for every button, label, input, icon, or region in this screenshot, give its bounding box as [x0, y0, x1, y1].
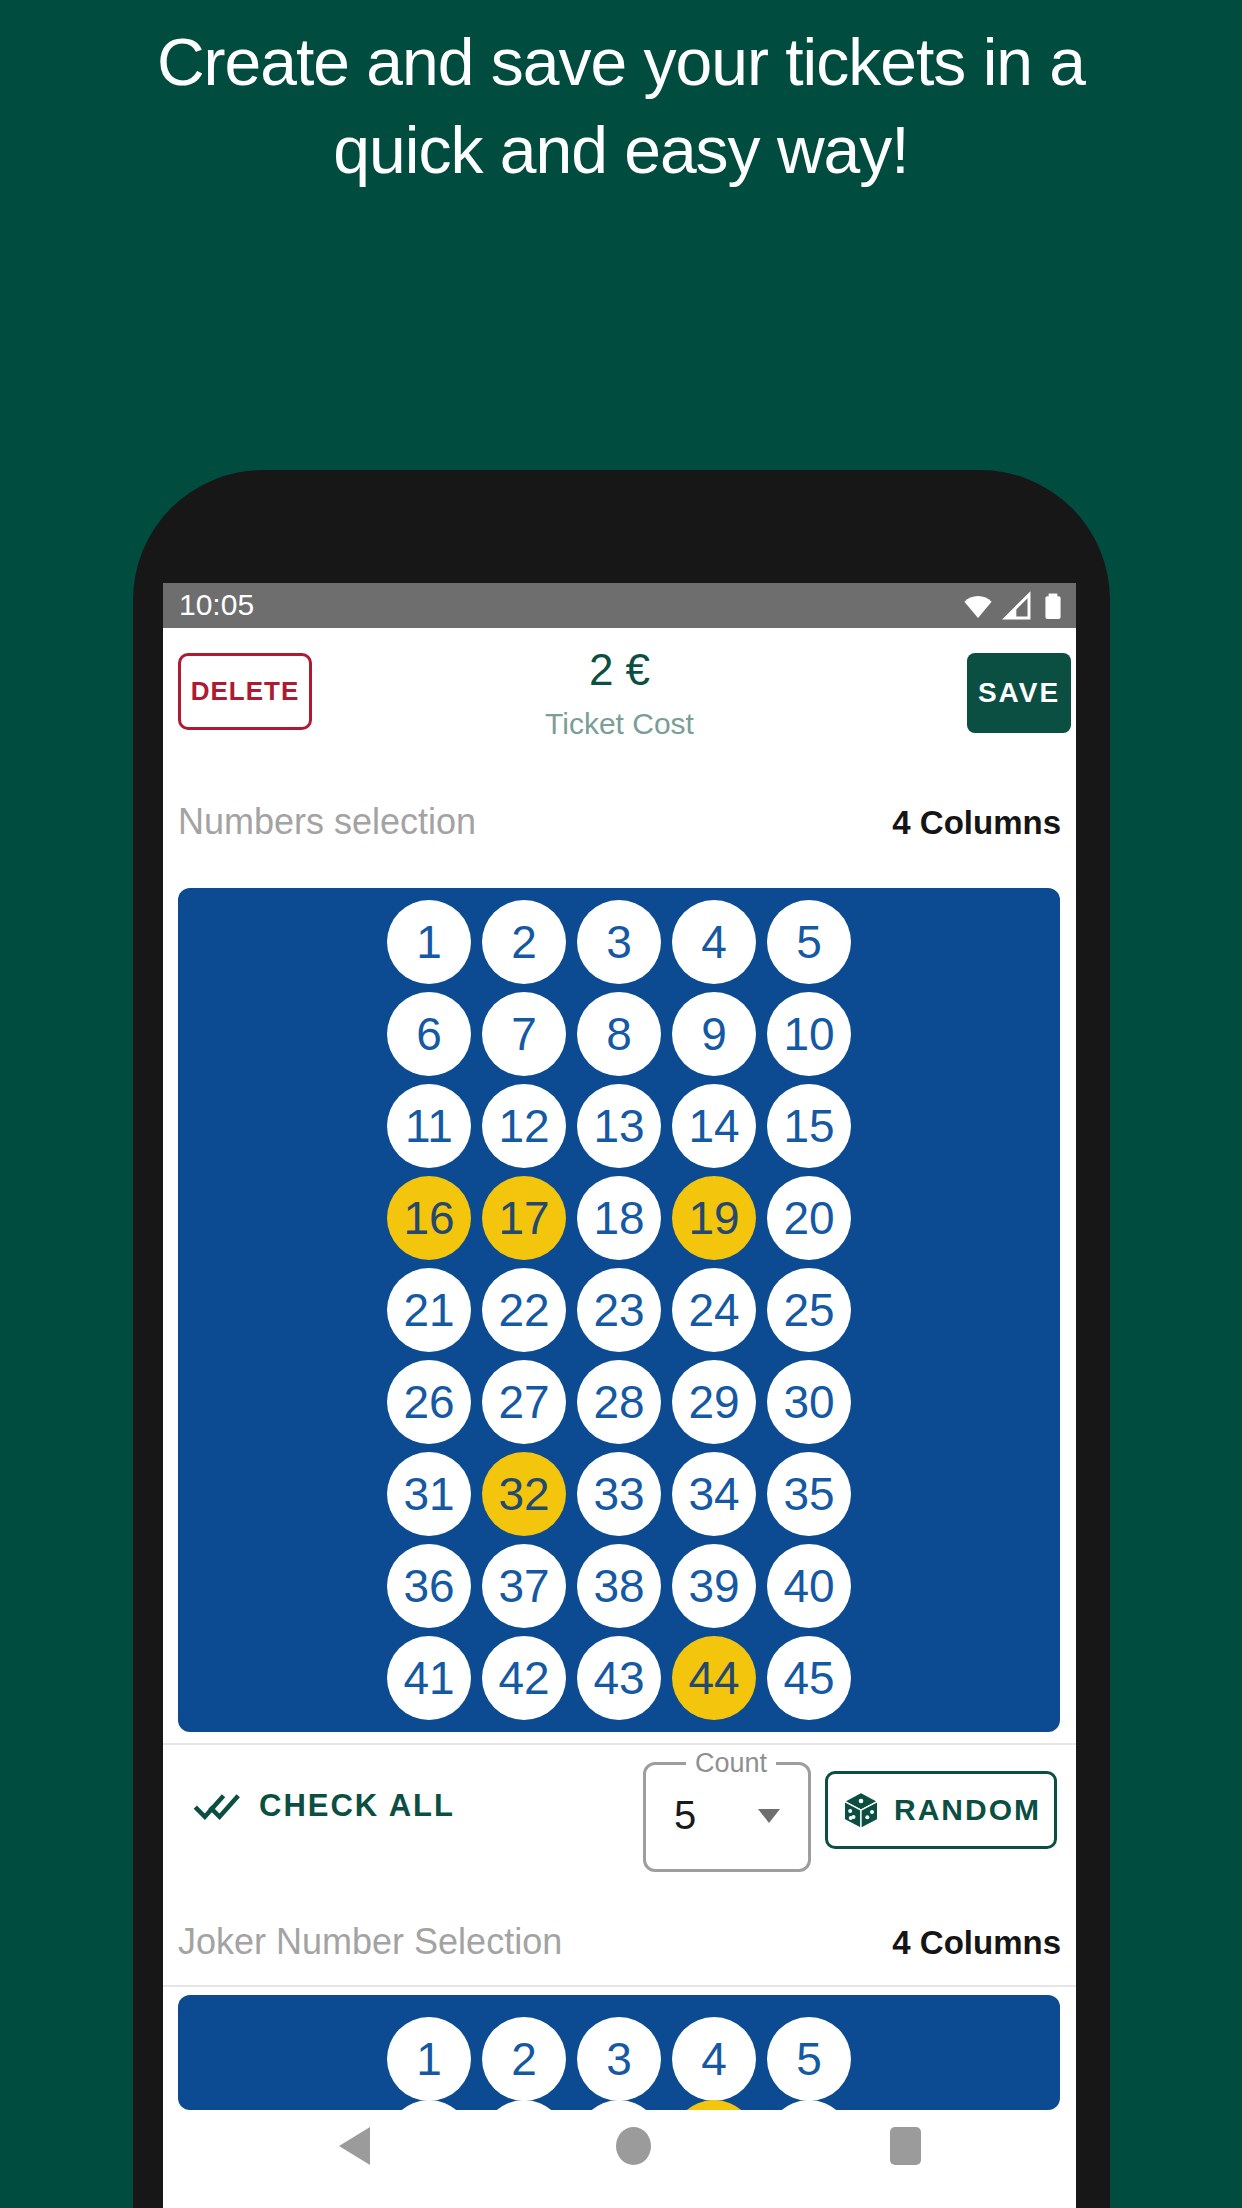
navigation-bar — [163, 2110, 1076, 2208]
number-cell-30[interactable]: 30 — [767, 1360, 851, 1444]
number-cell-18[interactable]: 18 — [577, 1176, 661, 1260]
number-cell-8[interactable]: 8 — [577, 2100, 661, 2110]
number-cell-3[interactable]: 3 — [577, 2017, 661, 2101]
number-cell-24[interactable]: 24 — [672, 1268, 756, 1352]
recents-button-icon[interactable] — [890, 2127, 921, 2165]
number-cell-38[interactable]: 38 — [577, 1544, 661, 1628]
number-cell-3[interactable]: 3 — [577, 900, 661, 984]
number-cell-32[interactable]: 32 — [482, 1452, 566, 1536]
number-cell-17[interactable]: 17 — [482, 1176, 566, 1260]
number-cell-6[interactable]: 6 — [387, 2100, 471, 2110]
phone-mockup: 10:05 DELETE 2 — [133, 470, 1110, 2208]
number-cell-20[interactable]: 20 — [767, 1176, 851, 1260]
number-cell-23[interactable]: 23 — [577, 1268, 661, 1352]
divider — [163, 1743, 1076, 1745]
home-button-icon[interactable] — [616, 2127, 651, 2165]
promo-background: Create and save your tickets in a quick … — [0, 0, 1242, 2208]
joker-section-title: Joker Number Selection — [178, 1921, 562, 1963]
number-cell-39[interactable]: 39 — [672, 1544, 756, 1628]
number-cell-1[interactable]: 1 — [387, 900, 471, 984]
joker-grid-row2: 678910 — [387, 2100, 851, 2110]
save-button[interactable]: SAVE — [967, 653, 1071, 733]
number-cell-9[interactable]: 9 — [672, 2100, 756, 2110]
numbers-section-head: Numbers selection 4 Columns — [178, 801, 1061, 843]
numbers-grid: 1234567891011121314151617181920212223242… — [387, 900, 851, 1720]
number-cell-40[interactable]: 40 — [767, 1544, 851, 1628]
ticket-cost-caption: Ticket Cost — [163, 707, 1076, 741]
number-cell-44[interactable]: 44 — [672, 1636, 756, 1720]
cell-signal-icon — [1001, 590, 1033, 622]
number-cell-5[interactable]: 5 — [767, 900, 851, 984]
number-cell-15[interactable]: 15 — [767, 1084, 851, 1168]
count-value: 5 — [674, 1793, 696, 1838]
number-cell-1[interactable]: 1 — [387, 2017, 471, 2101]
ticket-cost-value: 2 € — [163, 645, 1076, 695]
number-cell-2[interactable]: 2 — [482, 900, 566, 984]
check-all-label: CHECK ALL — [259, 1788, 455, 1824]
number-cell-37[interactable]: 37 — [482, 1544, 566, 1628]
number-cell-2[interactable]: 2 — [482, 2017, 566, 2101]
number-cell-8[interactable]: 8 — [577, 992, 661, 1076]
number-cell-41[interactable]: 41 — [387, 1636, 471, 1720]
check-all-button[interactable]: CHECK ALL — [193, 1788, 455, 1824]
battery-icon — [1040, 590, 1066, 622]
number-cell-4[interactable]: 4 — [672, 900, 756, 984]
number-cell-10[interactable]: 10 — [767, 992, 851, 1076]
number-cell-11[interactable]: 11 — [387, 1084, 471, 1168]
random-button[interactable]: RANDOM — [825, 1771, 1057, 1849]
numbers-section-title: Numbers selection — [178, 801, 476, 843]
dice-icon — [841, 1790, 881, 1830]
number-cell-26[interactable]: 26 — [387, 1360, 471, 1444]
number-cell-22[interactable]: 22 — [482, 1268, 566, 1352]
number-cell-7[interactable]: 7 — [482, 992, 566, 1076]
promo-headline: Create and save your tickets in a quick … — [0, 18, 1242, 194]
number-cell-12[interactable]: 12 — [482, 1084, 566, 1168]
divider — [163, 1985, 1076, 1987]
number-cell-28[interactable]: 28 — [577, 1360, 661, 1444]
number-cell-10[interactable]: 10 — [767, 2100, 851, 2110]
check-all-icon — [193, 1789, 245, 1823]
status-icons — [962, 589, 1066, 622]
number-cell-5[interactable]: 5 — [767, 2017, 851, 2101]
dropdown-caret-icon — [758, 1809, 780, 1823]
joker-grid-row1: 12345 — [387, 2017, 851, 2101]
headline-line1: Create and save your tickets in a — [0, 18, 1242, 106]
number-cell-9[interactable]: 9 — [672, 992, 756, 1076]
number-cell-19[interactable]: 19 — [672, 1176, 756, 1260]
number-cell-27[interactable]: 27 — [482, 1360, 566, 1444]
numbers-columns-label: 4 Columns — [892, 804, 1061, 842]
joker-columns-label: 4 Columns — [892, 1924, 1061, 1962]
number-cell-31[interactable]: 31 — [387, 1452, 471, 1536]
count-label: Count — [686, 1748, 776, 1779]
number-cell-13[interactable]: 13 — [577, 1084, 661, 1168]
number-cell-6[interactable]: 6 — [387, 992, 471, 1076]
number-cell-36[interactable]: 36 — [387, 1544, 471, 1628]
number-cell-45[interactable]: 45 — [767, 1636, 851, 1720]
number-cell-4[interactable]: 4 — [672, 2017, 756, 2101]
headline-line2: quick and easy way! — [0, 106, 1242, 194]
number-cell-29[interactable]: 29 — [672, 1360, 756, 1444]
number-cell-42[interactable]: 42 — [482, 1636, 566, 1720]
joker-panel: 12345 678910 — [178, 1995, 1060, 2110]
number-cell-7[interactable]: 7 — [482, 2100, 566, 2110]
joker-section-head: Joker Number Selection 4 Columns — [178, 1921, 1061, 1963]
number-cell-33[interactable]: 33 — [577, 1452, 661, 1536]
numbers-panel: 1234567891011121314151617181920212223242… — [178, 888, 1060, 1732]
back-button-icon[interactable] — [339, 2127, 370, 2165]
number-cell-25[interactable]: 25 — [767, 1268, 851, 1352]
number-cell-34[interactable]: 34 — [672, 1452, 756, 1536]
status-bar: 10:05 — [163, 583, 1076, 628]
number-cell-35[interactable]: 35 — [767, 1452, 851, 1536]
number-cell-43[interactable]: 43 — [577, 1636, 661, 1720]
count-dropdown[interactable]: Count 5 — [643, 1762, 811, 1872]
ticket-cost: 2 € Ticket Cost — [163, 645, 1076, 741]
number-cell-21[interactable]: 21 — [387, 1268, 471, 1352]
number-cell-14[interactable]: 14 — [672, 1084, 756, 1168]
random-label: RANDOM — [894, 1793, 1041, 1827]
wifi-icon — [962, 590, 994, 622]
number-cell-16[interactable]: 16 — [387, 1176, 471, 1260]
phone-screen: 10:05 DELETE 2 — [163, 583, 1076, 2208]
status-time: 10:05 — [179, 588, 254, 622]
